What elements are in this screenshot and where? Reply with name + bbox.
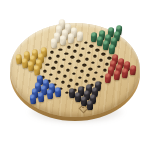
wood-grain (10, 23, 140, 117)
chinese-checkers-photo (0, 0, 150, 150)
logo-stamp (78, 103, 87, 111)
logo-dot-icon (82, 107, 84, 109)
